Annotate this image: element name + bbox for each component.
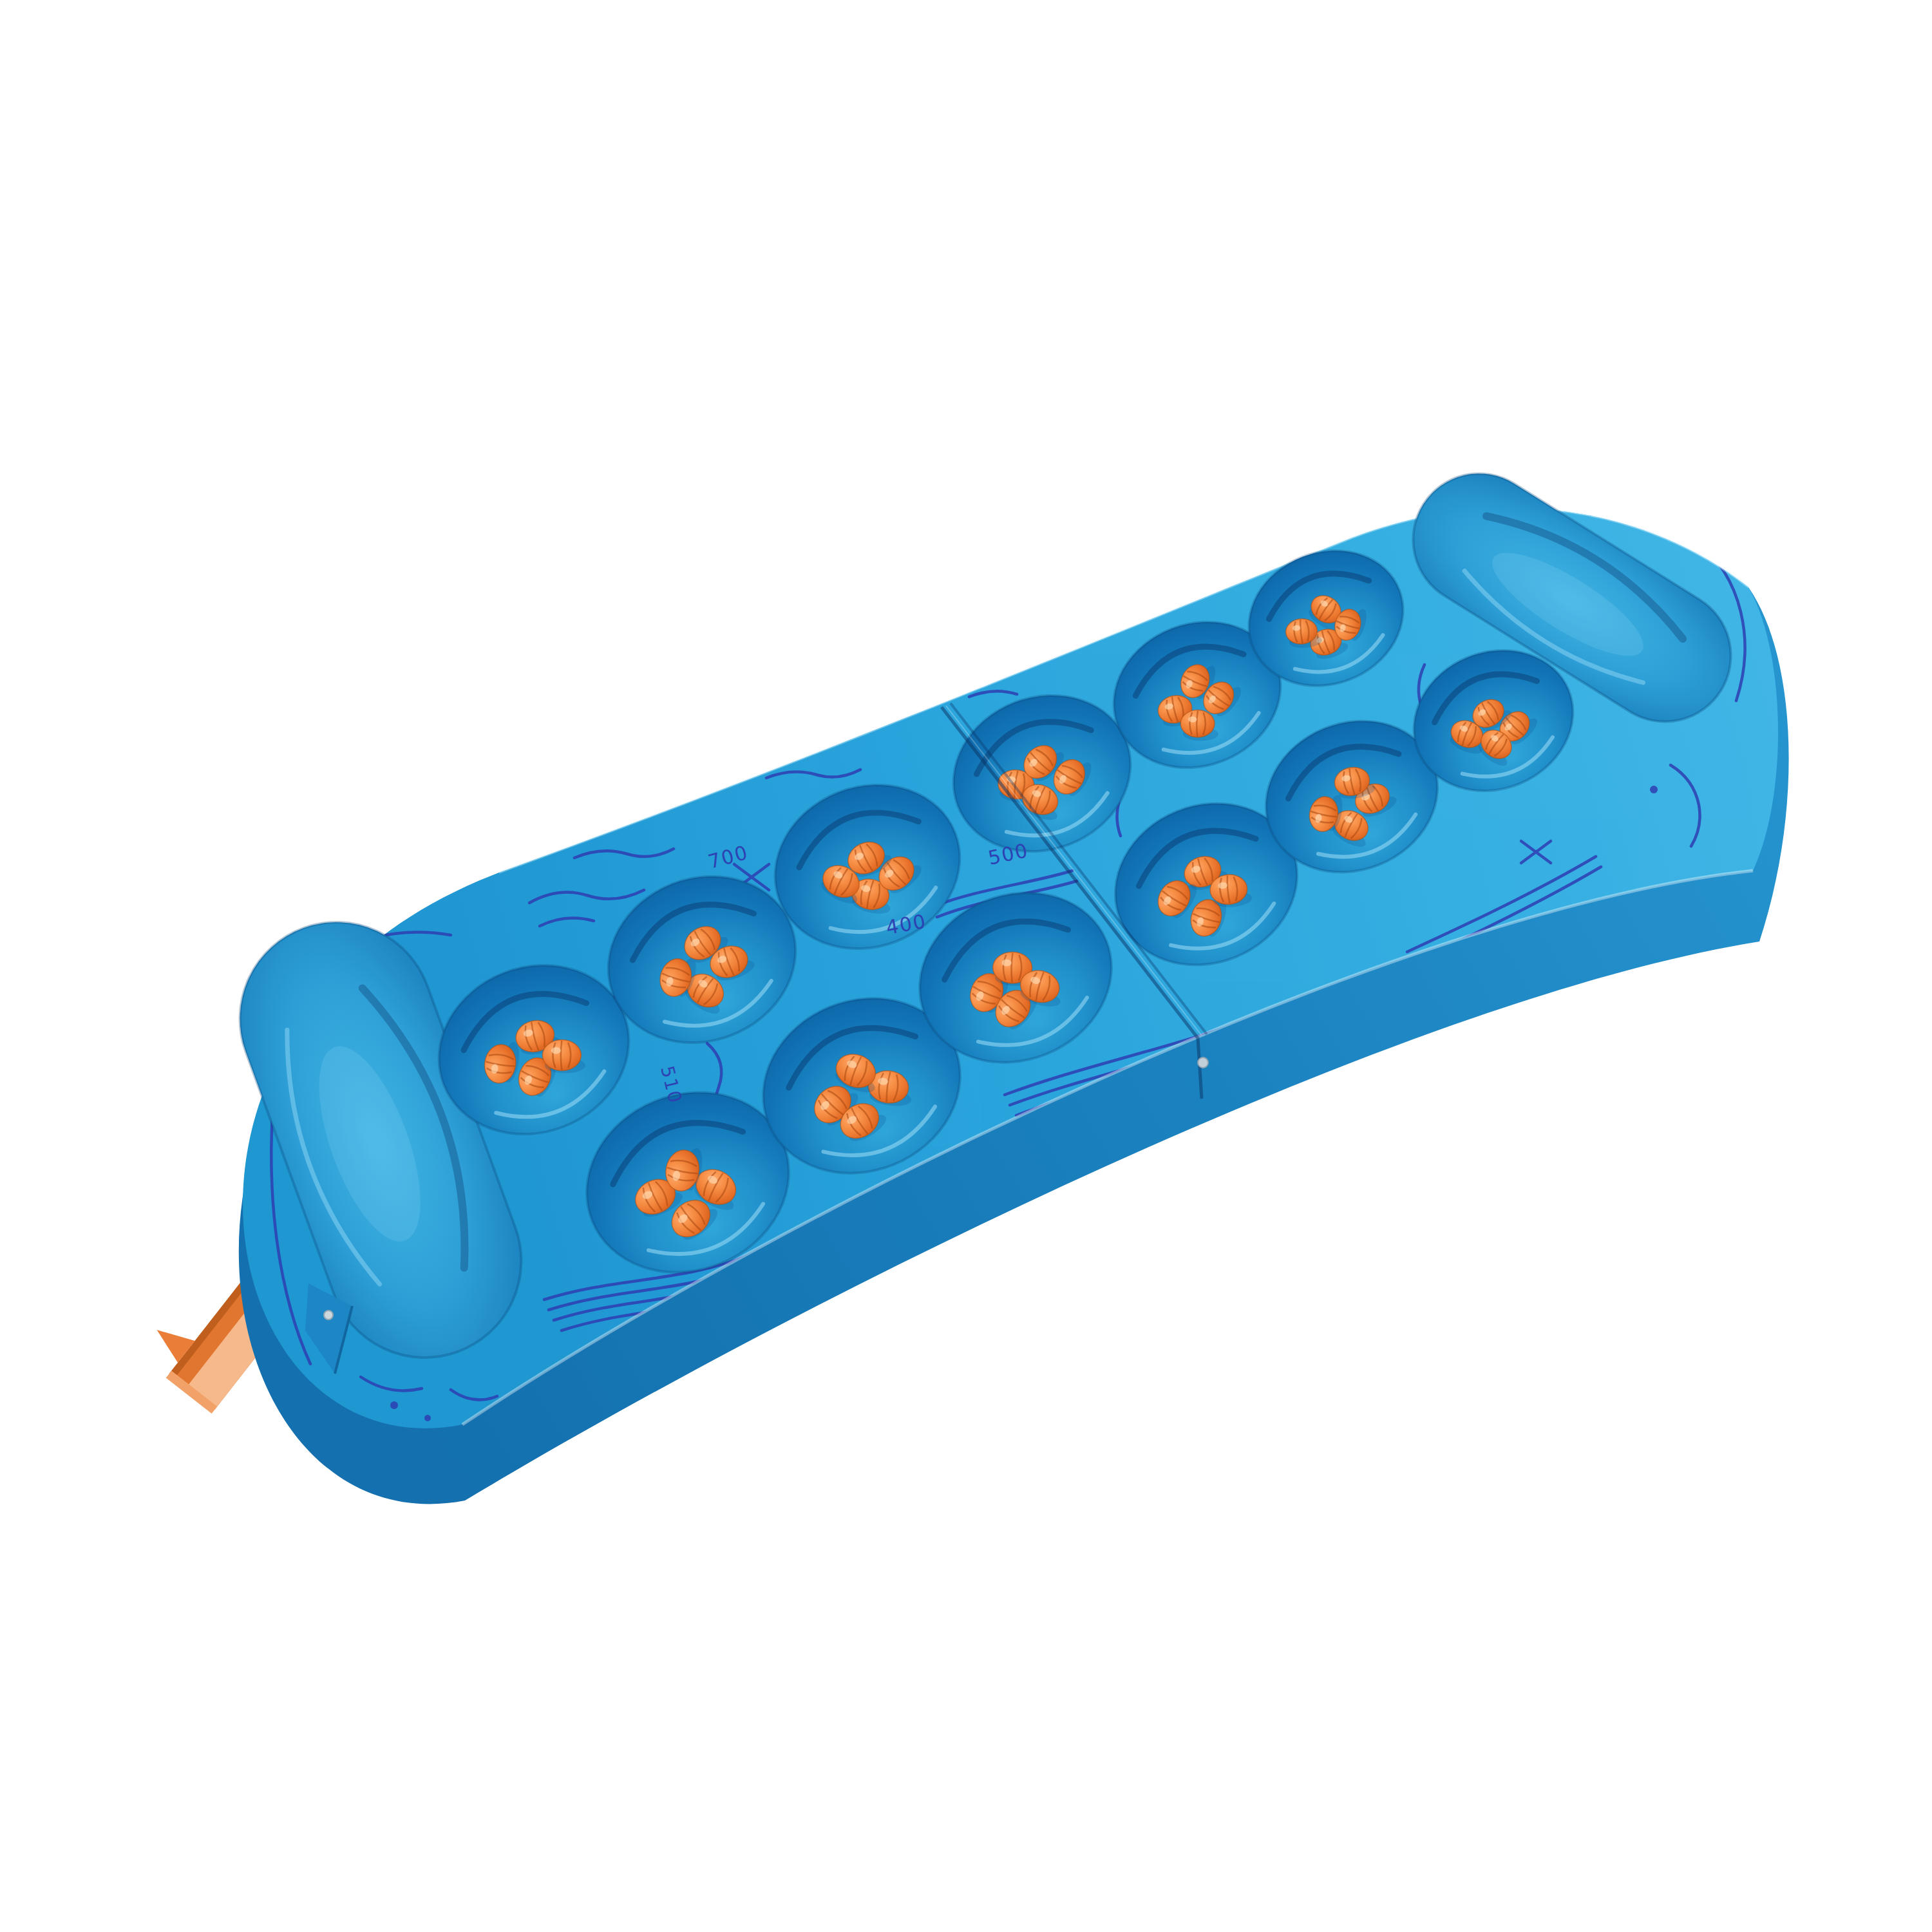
seed-highlight (551, 1047, 561, 1054)
photo-stage: 700400500510 (0, 0, 1932, 1932)
hinge-pin (1198, 1057, 1208, 1068)
keeper-rivet (324, 1311, 333, 1320)
mancala-board-scene: 700400500510 (0, 0, 1932, 1932)
